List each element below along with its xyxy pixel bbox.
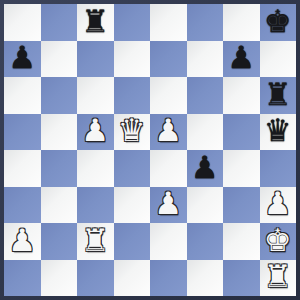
square-a2[interactable]: ♟ [4,223,41,260]
square-c8[interactable]: ♜ [77,4,114,41]
square-b7[interactable] [41,41,78,78]
square-c5[interactable]: ♟ [77,114,114,151]
piece-black-king: ♚ [264,6,292,37]
square-c4[interactable] [77,150,114,187]
square-c6[interactable] [77,77,114,114]
square-d4[interactable] [114,150,151,187]
piece-black-rook: ♜ [264,79,292,110]
square-e3[interactable]: ♟ [150,187,187,224]
square-a5[interactable] [4,114,41,151]
square-b4[interactable] [41,150,78,187]
square-a3[interactable] [4,187,41,224]
square-f8[interactable] [187,4,224,41]
square-b1[interactable] [41,260,78,297]
square-h7[interactable] [260,41,297,78]
square-a7[interactable]: ♟ [4,41,41,78]
square-b6[interactable] [41,77,78,114]
piece-white-rook: ♜ [264,261,292,292]
square-d3[interactable] [114,187,151,224]
piece-white-pawn: ♟ [264,188,292,219]
square-g6[interactable] [223,77,260,114]
square-e5[interactable]: ♟ [150,114,187,151]
square-d6[interactable] [114,77,151,114]
piece-black-pawn: ♟ [8,42,36,73]
square-f2[interactable] [187,223,224,260]
square-h3[interactable]: ♟ [260,187,297,224]
piece-black-rook: ♜ [81,6,109,37]
square-c2[interactable]: ♜ [77,223,114,260]
square-f4[interactable]: ♟ [187,150,224,187]
square-d7[interactable] [114,41,151,78]
square-h1[interactable]: ♜ [260,260,297,297]
square-c3[interactable] [77,187,114,224]
square-d2[interactable] [114,223,151,260]
square-g4[interactable] [223,150,260,187]
square-e1[interactable] [150,260,187,297]
chess-board-frame: ♜♚♟♟♜♟♛♟♛♟♟♟♟♜♚♜ [0,0,300,300]
square-g8[interactable] [223,4,260,41]
square-h8[interactable]: ♚ [260,4,297,41]
square-g1[interactable] [223,260,260,297]
piece-white-queen: ♛ [118,115,146,146]
square-f7[interactable] [187,41,224,78]
square-d5[interactable]: ♛ [114,114,151,151]
square-a4[interactable] [4,150,41,187]
square-a8[interactable] [4,4,41,41]
square-b8[interactable] [41,4,78,41]
square-g3[interactable] [223,187,260,224]
square-g2[interactable] [223,223,260,260]
square-e4[interactable] [150,150,187,187]
square-e2[interactable] [150,223,187,260]
piece-white-pawn: ♟ [154,188,182,219]
square-e7[interactable] [150,41,187,78]
square-h2[interactable]: ♚ [260,223,297,260]
piece-white-king: ♚ [264,225,292,256]
square-f3[interactable] [187,187,224,224]
square-a1[interactable] [4,260,41,297]
square-b3[interactable] [41,187,78,224]
square-c1[interactable] [77,260,114,297]
square-d8[interactable] [114,4,151,41]
piece-white-pawn: ♟ [154,115,182,146]
square-a6[interactable] [4,77,41,114]
square-h5[interactable]: ♛ [260,114,297,151]
square-e6[interactable] [150,77,187,114]
square-g5[interactable] [223,114,260,151]
square-d1[interactable] [114,260,151,297]
square-e8[interactable] [150,4,187,41]
square-f5[interactable] [187,114,224,151]
piece-black-pawn: ♟ [191,152,219,183]
square-f1[interactable] [187,260,224,297]
piece-white-rook: ♜ [81,225,109,256]
piece-black-pawn: ♟ [227,42,255,73]
square-c7[interactable] [77,41,114,78]
piece-white-pawn: ♟ [8,225,36,256]
square-f6[interactable] [187,77,224,114]
square-g7[interactable]: ♟ [223,41,260,78]
square-b2[interactable] [41,223,78,260]
piece-black-queen: ♛ [264,115,292,146]
chess-board: ♜♚♟♟♜♟♛♟♛♟♟♟♟♜♚♜ [4,4,296,296]
square-h4[interactable] [260,150,297,187]
piece-white-pawn: ♟ [81,115,109,146]
square-b5[interactable] [41,114,78,151]
square-h6[interactable]: ♜ [260,77,297,114]
